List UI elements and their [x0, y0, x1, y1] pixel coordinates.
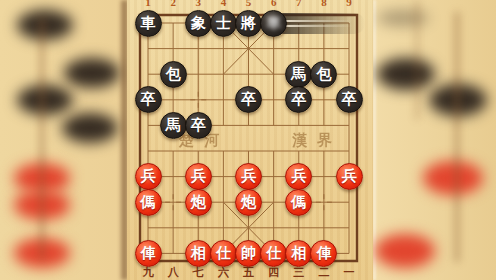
piece-character: 帥 — [241, 246, 256, 261]
piece-character: 仕 — [216, 246, 231, 261]
file-label-bottom-7: 三 — [289, 265, 309, 280]
piece-red-cannon[interactable]: 炮 — [235, 189, 262, 216]
video-frame: { "game": "xiangqi", "description": "Chi… — [0, 0, 496, 280]
piece-character: 炮 — [191, 195, 206, 210]
piece-character: 兵 — [141, 169, 156, 184]
blur-blob — [17, 10, 73, 40]
file-label-top-8: 8 — [314, 0, 334, 8]
piece-character: 仕 — [266, 246, 281, 261]
piece-black-soldier[interactable]: 卒 — [135, 86, 162, 113]
piece-black-horse[interactable]: 馬 — [285, 61, 312, 88]
file-label-top-9: 9 — [339, 0, 359, 8]
piece-red-horse[interactable]: 傌 — [285, 189, 312, 216]
piece-character: 俥 — [316, 246, 331, 261]
background-blur-right — [373, 0, 496, 280]
file-label-top-2: 2 — [163, 0, 183, 8]
file-label-bottom-9: 一 — [339, 265, 359, 280]
piece-red-advisor[interactable]: 仕 — [210, 240, 237, 267]
piece-character: 兵 — [191, 169, 206, 184]
piece-red-advisor[interactable]: 仕 — [260, 240, 287, 267]
piece-black-horse[interactable]: 馬 — [160, 112, 187, 139]
board-edge-highlight — [373, 0, 376, 280]
piece-character: 車 — [266, 16, 281, 31]
piece-red-general[interactable]: 帥 — [235, 240, 262, 267]
blur-line — [455, 12, 459, 262]
piece-black-chariot[interactable]: 車 — [135, 10, 162, 37]
piece-red-soldier[interactable]: 兵 — [235, 163, 262, 190]
file-label-top-5: 5 — [239, 0, 259, 8]
piece-character: 卒 — [291, 92, 306, 107]
xiangqi-board: 楚河 漢界 123456789九八七六五四三二一 車象士將車包馬包卒卒卒卒馬卒兵… — [127, 0, 373, 280]
piece-character: 卒 — [241, 92, 256, 107]
background-blur-left — [0, 0, 128, 280]
river-label-right: 漢界 — [292, 131, 342, 150]
piece-red-soldier[interactable]: 兵 — [135, 163, 162, 190]
piece-black-cannon[interactable]: 包 — [160, 61, 187, 88]
piece-character: 炮 — [241, 195, 256, 210]
piece-character: 傌 — [141, 195, 156, 210]
file-label-bottom-5: 五 — [239, 265, 259, 280]
file-label-top-6: 6 — [264, 0, 284, 8]
piece-red-horse[interactable]: 傌 — [135, 189, 162, 216]
piece-red-cannon[interactable]: 炮 — [185, 189, 212, 216]
piece-character: 包 — [316, 67, 331, 82]
blur-blob — [377, 10, 429, 26]
piece-red-chariot[interactable]: 俥 — [135, 240, 162, 267]
blur-blob — [64, 58, 120, 88]
piece-character: 俥 — [141, 246, 156, 261]
piece-character: 馬 — [166, 118, 181, 133]
file-label-bottom-4: 六 — [213, 265, 233, 280]
piece-character: 兵 — [342, 169, 357, 184]
file-label-bottom-3: 七 — [188, 265, 208, 280]
piece-black-chariot[interactable]: 車 — [260, 10, 287, 37]
piece-character: 將 — [241, 16, 256, 31]
blur-blob — [377, 58, 435, 90]
piece-black-cannon[interactable]: 包 — [310, 61, 337, 88]
blur-line — [415, 0, 419, 120]
piece-black-soldier[interactable]: 卒 — [185, 112, 212, 139]
file-label-bottom-6: 四 — [264, 265, 284, 280]
piece-black-general[interactable]: 將 — [235, 10, 262, 37]
piece-black-soldier[interactable]: 卒 — [336, 86, 363, 113]
file-label-top-3: 3 — [188, 0, 208, 8]
piece-character: 卒 — [342, 92, 357, 107]
piece-character: 象 — [191, 16, 206, 31]
blur-blob — [62, 113, 118, 143]
piece-black-elephant[interactable]: 象 — [185, 10, 212, 37]
piece-character: 卒 — [141, 92, 156, 107]
piece-character: 車 — [141, 16, 156, 31]
piece-character: 兵 — [291, 169, 306, 184]
piece-red-soldier[interactable]: 兵 — [185, 163, 212, 190]
file-label-top-4: 4 — [213, 0, 233, 8]
piece-character: 相 — [191, 246, 206, 261]
blur-blob — [423, 161, 483, 195]
piece-character: 包 — [166, 67, 181, 82]
piece-character: 兵 — [241, 169, 256, 184]
blur-blob — [375, 234, 435, 268]
piece-red-elephant[interactable]: 相 — [185, 240, 212, 267]
blur-line — [40, 18, 44, 260]
piece-character: 士 — [216, 16, 231, 31]
piece-character: 卒 — [191, 118, 206, 133]
file-label-bottom-2: 八 — [163, 265, 183, 280]
piece-red-elephant[interactable]: 相 — [285, 240, 312, 267]
file-label-top-1: 1 — [138, 0, 158, 8]
piece-character: 相 — [291, 246, 306, 261]
blur-blob — [17, 85, 73, 115]
file-label-top-7: 7 — [289, 0, 309, 8]
piece-red-soldier[interactable]: 兵 — [336, 163, 363, 190]
piece-black-advisor[interactable]: 士 — [210, 10, 237, 37]
piece-character: 馬 — [291, 67, 306, 82]
file-label-bottom-1: 九 — [138, 265, 158, 280]
file-label-bottom-8: 二 — [314, 265, 334, 280]
piece-character: 傌 — [291, 195, 306, 210]
